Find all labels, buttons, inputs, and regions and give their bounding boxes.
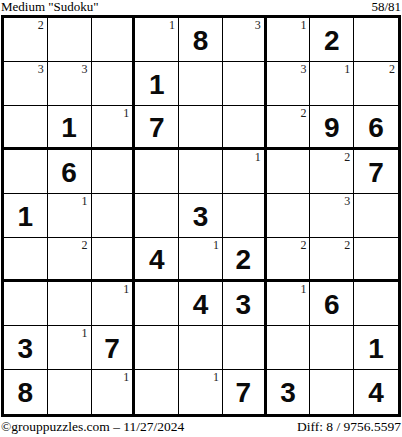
cell-r2c1[interactable]: 3 xyxy=(4,62,48,106)
cell-r5c6[interactable] xyxy=(223,194,267,238)
pencil-mark: 1 xyxy=(123,106,129,120)
cell-value: 7 xyxy=(354,150,398,193)
cell-r6c7[interactable]: 2 xyxy=(267,238,311,282)
cell-value: 7 xyxy=(92,326,133,369)
cell-r8c6[interactable] xyxy=(223,326,267,370)
cell-r2c4[interactable]: 1 xyxy=(135,62,179,106)
cell-value: 3 xyxy=(223,282,264,325)
cell-r3c9[interactable]: 6 xyxy=(354,106,398,150)
cell-r6c2[interactable]: 2 xyxy=(48,238,92,282)
pencil-mark: 3 xyxy=(255,18,261,32)
sudoku-grid: 2183123313121172966127113324122214316317… xyxy=(1,15,401,417)
cell-r2c3[interactable] xyxy=(92,62,136,106)
cell-r8c5[interactable] xyxy=(179,326,223,370)
pencil-mark: 2 xyxy=(82,238,88,252)
cell-r3c8[interactable]: 9 xyxy=(310,106,354,150)
cell-r4c1[interactable] xyxy=(4,150,48,194)
cell-r5c8[interactable]: 3 xyxy=(310,194,354,238)
pencil-mark: 1 xyxy=(123,282,129,296)
cell-r8c9[interactable]: 1 xyxy=(354,326,398,370)
cell-r5c9[interactable] xyxy=(354,194,398,238)
cell-r1c8[interactable]: 2 xyxy=(310,18,354,62)
cell-value: 1 xyxy=(354,326,398,369)
pencil-mark: 2 xyxy=(300,238,306,252)
cell-r4c6[interactable]: 1 xyxy=(223,150,267,194)
cell-value: 6 xyxy=(354,106,398,147)
cell-r6c4[interactable]: 4 xyxy=(135,238,179,282)
cell-r3c7[interactable]: 2 xyxy=(267,106,311,150)
puzzle-title: Medium "Sudoku" xyxy=(1,0,99,13)
cell-r2c5[interactable] xyxy=(179,62,223,106)
cell-r7c2[interactable] xyxy=(48,282,92,326)
cell-r5c4[interactable] xyxy=(135,194,179,238)
cell-r6c9[interactable] xyxy=(354,238,398,282)
cell-r8c3[interactable]: 7 xyxy=(92,326,136,370)
cell-value: 9 xyxy=(310,106,353,147)
cell-r4c5[interactable] xyxy=(179,150,223,194)
cell-r9c8[interactable] xyxy=(310,370,354,414)
cell-r4c2[interactable]: 6 xyxy=(48,150,92,194)
cell-r8c2[interactable]: 1 xyxy=(48,326,92,370)
cell-value: 1 xyxy=(48,106,91,147)
pencil-mark: 1 xyxy=(123,370,129,384)
puzzle-footer: ©grouppuzzles.com – 11/27/2024 Diff: 8 /… xyxy=(0,419,402,435)
site-credit: ©grouppuzzles.com – 11/27/2024 xyxy=(1,419,184,435)
cell-r2c7[interactable]: 3 xyxy=(267,62,311,106)
cell-value: 7 xyxy=(135,106,178,147)
cell-r5c2[interactable]: 1 xyxy=(48,194,92,238)
cell-r7c6[interactable]: 3 xyxy=(223,282,267,326)
cell-r7c8[interactable]: 6 xyxy=(310,282,354,326)
cell-r1c9[interactable] xyxy=(354,18,398,62)
cell-r1c5[interactable]: 8 xyxy=(179,18,223,62)
pencil-mark: 1 xyxy=(255,150,261,164)
cell-r7c9[interactable] xyxy=(354,282,398,326)
pencil-mark: 2 xyxy=(300,106,306,120)
cell-r9c7[interactable]: 3 xyxy=(267,370,311,414)
cell-r9c1[interactable]: 8 xyxy=(4,370,48,414)
pencil-mark: 1 xyxy=(344,62,350,76)
cell-value: 3 xyxy=(267,370,310,414)
pencil-mark: 2 xyxy=(389,62,395,76)
cell-r4c4[interactable] xyxy=(135,150,179,194)
pencil-mark: 1 xyxy=(82,194,88,208)
cell-r9c2[interactable] xyxy=(48,370,92,414)
pencil-mark: 3 xyxy=(344,194,350,208)
cell-r9c4[interactable] xyxy=(135,370,179,414)
cell-value: 8 xyxy=(4,370,47,414)
cell-value: 3 xyxy=(179,194,222,237)
pencil-mark: 2 xyxy=(344,238,350,252)
cell-value: 1 xyxy=(135,62,178,105)
cell-r3c5[interactable] xyxy=(179,106,223,150)
pencil-mark: 1 xyxy=(169,18,175,32)
cell-r5c3[interactable] xyxy=(92,194,136,238)
pencil-mark: 1 xyxy=(213,370,219,384)
pencil-mark: 2 xyxy=(38,18,44,32)
cell-r1c6[interactable]: 3 xyxy=(223,18,267,62)
cell-r4c3[interactable] xyxy=(92,150,136,194)
cell-r7c7[interactable]: 1 xyxy=(267,282,311,326)
cell-r4c7[interactable] xyxy=(267,150,311,194)
cell-r5c1[interactable]: 1 xyxy=(4,194,48,238)
pencil-mark: 2 xyxy=(344,150,350,164)
cell-value: 7 xyxy=(223,370,264,414)
difficulty-rating: Diff: 8 / 9756.5597 xyxy=(297,419,401,435)
cell-value: 4 xyxy=(354,370,398,414)
cell-r2c9[interactable]: 2 xyxy=(354,62,398,106)
pencil-mark: 3 xyxy=(82,62,88,76)
cell-r9c9[interactable]: 4 xyxy=(354,370,398,414)
cell-value: 3 xyxy=(4,326,47,369)
cell-r1c3[interactable] xyxy=(92,18,136,62)
cell-r6c5[interactable]: 1 xyxy=(179,238,223,282)
cell-r6c8[interactable]: 2 xyxy=(310,238,354,282)
cell-value: 4 xyxy=(179,282,222,325)
cell-r2c2[interactable]: 3 xyxy=(48,62,92,106)
cell-r2c6[interactable] xyxy=(223,62,267,106)
pencil-mark: 1 xyxy=(213,238,219,252)
cell-r5c5[interactable]: 3 xyxy=(179,194,223,238)
cell-r3c1[interactable] xyxy=(4,106,48,150)
cell-r7c3[interactable]: 1 xyxy=(92,282,136,326)
cell-r5c7[interactable] xyxy=(267,194,311,238)
cell-r4c8[interactable]: 2 xyxy=(310,150,354,194)
cell-r3c2[interactable]: 1 xyxy=(48,106,92,150)
cell-r1c1[interactable]: 2 xyxy=(4,18,48,62)
cell-r4c9[interactable]: 7 xyxy=(354,150,398,194)
cell-r8c8[interactable] xyxy=(310,326,354,370)
cell-value: 8 xyxy=(179,18,222,61)
cell-value: 6 xyxy=(310,282,353,325)
cell-r6c6[interactable]: 2 xyxy=(223,238,267,282)
pencil-mark: 1 xyxy=(300,18,306,32)
cell-value: 4 xyxy=(135,238,178,279)
cell-r6c1[interactable] xyxy=(4,238,48,282)
cells-remaining-counter: 58/81 xyxy=(371,0,401,13)
cell-value: 1 xyxy=(4,194,47,237)
cell-r9c6[interactable]: 7 xyxy=(223,370,267,414)
cell-r2c8[interactable]: 1 xyxy=(310,62,354,106)
cell-r3c6[interactable] xyxy=(223,106,267,150)
pencil-mark: 1 xyxy=(300,282,306,296)
cell-value: 2 xyxy=(310,18,353,61)
cell-r8c7[interactable] xyxy=(267,326,311,370)
cell-r9c5[interactable]: 1 xyxy=(179,370,223,414)
cell-r7c5[interactable]: 4 xyxy=(179,282,223,326)
cell-r8c1[interactable]: 3 xyxy=(4,326,48,370)
cell-value: 6 xyxy=(48,150,91,193)
cell-r1c7[interactable]: 1 xyxy=(267,18,311,62)
cell-r1c2[interactable] xyxy=(48,18,92,62)
cell-r3c3[interactable]: 1 xyxy=(92,106,136,150)
cell-r6c3[interactable] xyxy=(92,238,136,282)
cell-r7c4[interactable] xyxy=(135,282,179,326)
pencil-mark: 3 xyxy=(38,62,44,76)
puzzle-header: Medium "Sudoku" 58/81 xyxy=(0,0,402,15)
cell-r3c4[interactable]: 7 xyxy=(135,106,179,150)
cell-r1c4[interactable]: 1 xyxy=(135,18,179,62)
cell-value: 2 xyxy=(223,238,264,279)
cell-r7c1[interactable] xyxy=(4,282,48,326)
cell-r8c4[interactable] xyxy=(135,326,179,370)
pencil-mark: 1 xyxy=(82,326,88,340)
cell-r9c3[interactable]: 1 xyxy=(92,370,136,414)
pencil-mark: 3 xyxy=(300,62,306,76)
